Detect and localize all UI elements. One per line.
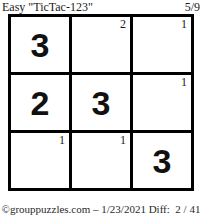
corner-clue: 1	[181, 75, 187, 89]
corner-clue: 1	[59, 133, 65, 147]
corner-clue: 1	[181, 17, 187, 31]
corner-clue: 1	[120, 133, 126, 147]
cell-r0c0[interactable]: 3	[11, 17, 69, 72]
cell-r0c2[interactable]: 1	[133, 17, 191, 72]
copyright-line: ©grouppuzzles.com – 1/23/2021 Diff: 2 / …	[0, 203, 202, 215]
cell-value: 3	[153, 144, 172, 178]
cell-r2c0[interactable]: 1	[11, 133, 69, 188]
cell-r1c1[interactable]: 3	[72, 75, 130, 130]
cell-r1c0[interactable]: 2	[11, 75, 69, 130]
cell-value: 3	[92, 86, 111, 120]
corner-clue: 2	[120, 17, 126, 31]
puzzle-page: Easy "TicTac-123" 5/9 3 2 1 2 3 1 1	[0, 0, 202, 221]
cell-r2c1[interactable]: 1	[72, 133, 130, 188]
cell-value: 3	[31, 28, 50, 62]
tictac123-board: 3 2 1 2 3 1 1 1	[8, 14, 194, 191]
cell-r1c2[interactable]: 1	[133, 75, 191, 130]
page-indicator: 5/9	[185, 0, 200, 15]
puzzle-title: Easy "TicTac-123"	[2, 0, 93, 15]
cell-r0c1[interactable]: 2	[72, 17, 130, 72]
cell-value: 2	[31, 86, 50, 120]
cell-r2c2[interactable]: 3	[133, 133, 191, 188]
